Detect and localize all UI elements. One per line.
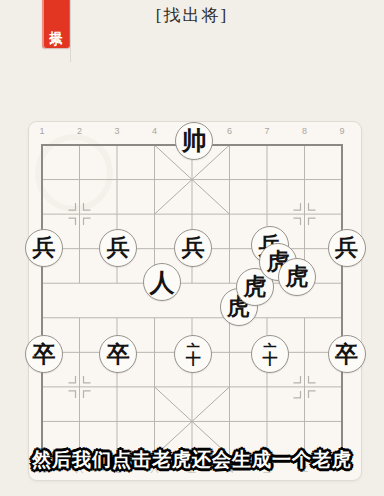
piece-glyph-part: 十 [186,354,201,365]
piece-zu-soldier-3[interactable]: 卒 [99,335,137,373]
piece-glyph: 卒 [107,343,130,366]
piece-bing-soldier-9[interactable]: 兵 [328,229,366,267]
piece-glyph: 人 [150,270,175,295]
piece-glyph: 卒 [32,343,55,366]
piece-zu-soldier-1[interactable]: 卒 [25,335,63,373]
piece-bing-soldier-5[interactable]: 兵 [174,229,212,267]
piece-glyph: 虎 [286,265,309,288]
pieces-layer: 帅兵兵兵兵兵人虎虎虎虎卒卒亠十亠十卒 [0,0,384,496]
piece-ren-person[interactable]: 人 [143,263,181,301]
piece-glyph: 兵 [32,236,55,259]
piece-hu-tiger-2[interactable]: 虎 [278,258,316,296]
piece-glyph: 兵 [182,236,205,259]
piece-fake-zu-5[interactable]: 亠十 [174,335,212,373]
piece-glyph-part: 十 [263,354,278,365]
game-screen: 提示 [找出将] 123456789 九八七六五四三二一 帅兵兵兵兵兵人虎虎虎虎… [0,0,384,496]
piece-glyph: 兵 [335,236,358,259]
piece-bing-soldier-1[interactable]: 兵 [25,229,63,267]
subtitle-caption: 然后我们点击老虎还会生成一个老虎 [0,447,384,473]
piece-glyph: 兵 [107,236,130,259]
piece-glyph: 卒 [335,343,358,366]
piece-glyph: 虎 [244,275,267,298]
piece-shuai-general[interactable]: 帅 [175,122,213,160]
piece-zu-soldier-9[interactable]: 卒 [328,335,366,373]
piece-glyph: 帅 [181,128,206,153]
piece-fake-zu-7[interactable]: 亠十 [251,335,289,373]
piece-bing-soldier-3[interactable]: 兵 [99,229,137,267]
